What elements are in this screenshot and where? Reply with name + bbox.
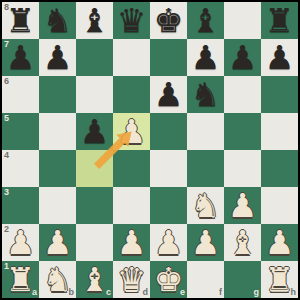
square-h5[interactable] <box>261 113 298 150</box>
square-g1[interactable]: g <box>224 261 261 298</box>
square-e7[interactable] <box>150 39 187 76</box>
square-a8[interactable]: 8♜ <box>2 2 39 39</box>
piece-white-queen[interactable]: ♛ <box>113 261 150 298</box>
piece-black-rook[interactable]: ♜ <box>2 2 39 39</box>
square-a7[interactable]: 7♟ <box>2 39 39 76</box>
piece-white-rook[interactable]: ♜ <box>261 261 298 298</box>
square-g2[interactable]: ♝ <box>224 224 261 261</box>
square-e8[interactable]: ♚ <box>150 2 187 39</box>
square-e4[interactable] <box>150 150 187 187</box>
square-b3[interactable] <box>39 187 76 224</box>
square-h7[interactable]: ♟ <box>261 39 298 76</box>
chess-board: 8♜♞♝♛♚♝♜7♟♟♟♟♟6♟♞5♟♟43♞♟2♟♟♟♟♟♝♟1a♜b♞c♝d… <box>0 0 300 300</box>
piece-white-pawn[interactable]: ♟ <box>150 224 187 261</box>
square-g8[interactable] <box>224 2 261 39</box>
square-g5[interactable] <box>224 113 261 150</box>
piece-black-pawn[interactable]: ♟ <box>187 39 224 76</box>
square-b4[interactable] <box>39 150 76 187</box>
square-b8[interactable]: ♞ <box>39 2 76 39</box>
piece-white-pawn[interactable]: ♟ <box>39 224 76 261</box>
square-a6[interactable]: 6 <box>2 76 39 113</box>
square-g3[interactable]: ♟ <box>224 187 261 224</box>
square-f7[interactable]: ♟ <box>187 39 224 76</box>
square-b5[interactable] <box>39 113 76 150</box>
piece-black-pawn[interactable]: ♟ <box>261 39 298 76</box>
square-f3[interactable]: ♞ <box>187 187 224 224</box>
square-c6[interactable] <box>76 76 113 113</box>
square-c8[interactable]: ♝ <box>76 2 113 39</box>
piece-black-knight[interactable]: ♞ <box>187 76 224 113</box>
square-d1[interactable]: d♛ <box>113 261 150 298</box>
square-f6[interactable]: ♞ <box>187 76 224 113</box>
square-d4[interactable] <box>113 150 150 187</box>
board-grid: 8♜♞♝♛♚♝♜7♟♟♟♟♟6♟♞5♟♟43♞♟2♟♟♟♟♟♝♟1a♜b♞c♝d… <box>2 2 298 298</box>
square-b7[interactable]: ♟ <box>39 39 76 76</box>
rank-label-6: 6 <box>4 77 9 86</box>
piece-white-pawn[interactable]: ♟ <box>224 187 261 224</box>
piece-white-knight[interactable]: ♞ <box>187 187 224 224</box>
piece-black-king[interactable]: ♚ <box>150 2 187 39</box>
square-f4[interactable] <box>187 150 224 187</box>
piece-black-pawn[interactable]: ♟ <box>150 76 187 113</box>
square-c1[interactable]: c♝ <box>76 261 113 298</box>
piece-black-bishop[interactable]: ♝ <box>76 2 113 39</box>
square-c2[interactable] <box>76 224 113 261</box>
square-h1[interactable]: h♜ <box>261 261 298 298</box>
file-label-f: f <box>219 288 222 297</box>
square-e6[interactable]: ♟ <box>150 76 187 113</box>
piece-black-knight[interactable]: ♞ <box>39 2 76 39</box>
square-g4[interactable] <box>224 150 261 187</box>
square-g6[interactable] <box>224 76 261 113</box>
square-c5[interactable]: ♟ <box>76 113 113 150</box>
piece-black-pawn[interactable]: ♟ <box>2 39 39 76</box>
piece-white-pawn[interactable]: ♟ <box>187 224 224 261</box>
square-d2[interactable]: ♟ <box>113 224 150 261</box>
piece-white-bishop[interactable]: ♝ <box>224 224 261 261</box>
square-f8[interactable]: ♝ <box>187 2 224 39</box>
square-b1[interactable]: b♞ <box>39 261 76 298</box>
piece-white-pawn[interactable]: ♟ <box>261 224 298 261</box>
piece-black-pawn[interactable]: ♟ <box>39 39 76 76</box>
piece-black-rook[interactable]: ♜ <box>261 2 298 39</box>
square-h6[interactable] <box>261 76 298 113</box>
square-d5[interactable]: ♟ <box>113 113 150 150</box>
square-c7[interactable] <box>76 39 113 76</box>
square-d6[interactable] <box>113 76 150 113</box>
piece-white-pawn[interactable]: ♟ <box>113 224 150 261</box>
square-f2[interactable]: ♟ <box>187 224 224 261</box>
square-g7[interactable]: ♟ <box>224 39 261 76</box>
square-f5[interactable] <box>187 113 224 150</box>
rank-label-4: 4 <box>4 151 9 160</box>
square-a5[interactable]: 5 <box>2 113 39 150</box>
square-e3[interactable] <box>150 187 187 224</box>
rank-label-5: 5 <box>4 114 9 123</box>
square-e1[interactable]: e♚ <box>150 261 187 298</box>
piece-black-pawn[interactable]: ♟ <box>224 39 261 76</box>
square-h4[interactable] <box>261 150 298 187</box>
square-c4[interactable] <box>76 150 113 187</box>
square-h8[interactable]: ♜ <box>261 2 298 39</box>
square-a3[interactable]: 3 <box>2 187 39 224</box>
square-b6[interactable] <box>39 76 76 113</box>
rank-label-3: 3 <box>4 188 9 197</box>
square-e5[interactable] <box>150 113 187 150</box>
square-h3[interactable] <box>261 187 298 224</box>
piece-white-pawn[interactable]: ♟ <box>2 224 39 261</box>
piece-white-king[interactable]: ♚ <box>150 261 187 298</box>
square-f1[interactable]: f <box>187 261 224 298</box>
square-c3[interactable] <box>76 187 113 224</box>
square-d8[interactable]: ♛ <box>113 2 150 39</box>
square-h2[interactable]: ♟ <box>261 224 298 261</box>
square-d3[interactable] <box>113 187 150 224</box>
square-b2[interactable]: ♟ <box>39 224 76 261</box>
square-d7[interactable] <box>113 39 150 76</box>
file-label-g: g <box>254 288 260 297</box>
square-e2[interactable]: ♟ <box>150 224 187 261</box>
piece-white-rook[interactable]: ♜ <box>2 261 39 298</box>
piece-black-bishop[interactable]: ♝ <box>187 2 224 39</box>
square-a4[interactable]: 4 <box>2 150 39 187</box>
piece-black-pawn[interactable]: ♟ <box>76 113 113 150</box>
piece-white-pawn[interactable]: ♟ <box>113 113 150 150</box>
piece-white-bishop[interactable]: ♝ <box>76 261 113 298</box>
piece-black-queen[interactable]: ♛ <box>113 2 150 39</box>
square-a2[interactable]: 2♟ <box>2 224 39 261</box>
square-a1[interactable]: 1a♜ <box>2 261 39 298</box>
piece-white-knight[interactable]: ♞ <box>39 261 76 298</box>
